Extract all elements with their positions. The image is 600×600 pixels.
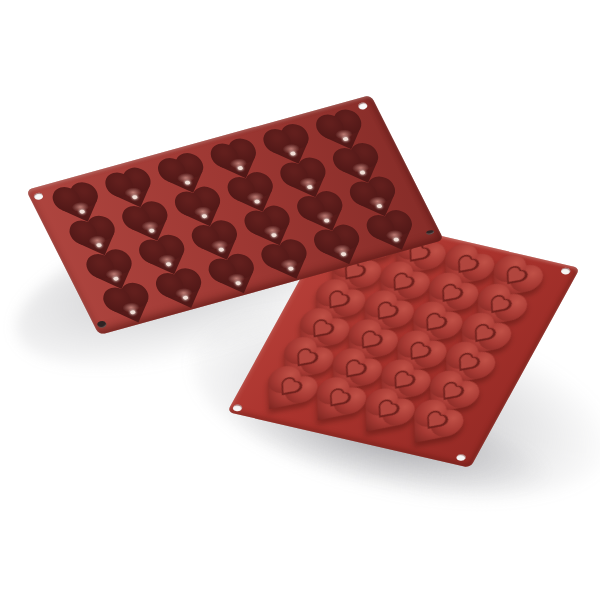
heart-indent-center — [397, 375, 408, 386]
heart-indent-center — [347, 266, 358, 277]
heart-indent-center — [509, 271, 520, 282]
heart-indent-center — [412, 346, 423, 357]
heart-indent-center — [331, 295, 342, 306]
heart-indent-center — [315, 324, 326, 335]
heart-indent-center — [283, 382, 294, 393]
heart-indent-center — [299, 353, 310, 364]
heart-indent-center — [477, 329, 488, 340]
heart-indent-center — [364, 335, 375, 346]
heart-indent-center — [429, 415, 440, 426]
corner-hole — [231, 404, 243, 412]
heart-indent-center — [460, 259, 471, 270]
heart-indent-center — [381, 404, 392, 415]
heart-indent-center — [428, 317, 439, 328]
heart-indent-center — [412, 248, 423, 259]
heart-indent-center — [444, 288, 455, 299]
heart-indent-center — [461, 357, 472, 368]
heart-indent-center — [380, 306, 391, 317]
corner-hole — [425, 229, 434, 235]
heart-indent-center — [445, 386, 456, 397]
corner-hole — [560, 267, 572, 275]
heart-indent-center — [348, 364, 359, 375]
corner-hole — [455, 453, 467, 461]
heart-indent-center — [396, 277, 407, 288]
heart-indent-center — [332, 393, 343, 404]
corner-hole — [96, 320, 108, 329]
product-photo — [0, 0, 600, 600]
heart-indent-center — [493, 300, 504, 311]
